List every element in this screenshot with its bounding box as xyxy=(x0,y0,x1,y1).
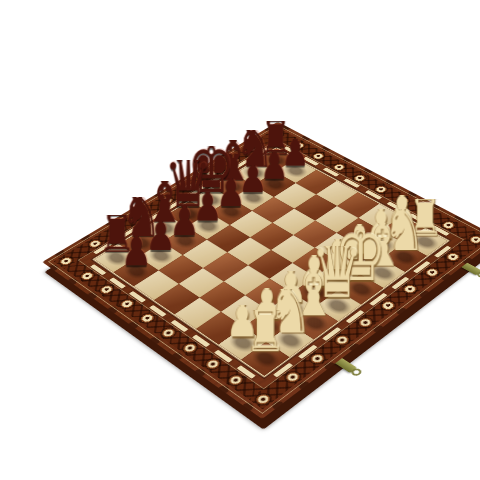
square-f6 xyxy=(252,197,294,223)
square-a5 xyxy=(154,284,200,315)
square-h6 xyxy=(295,170,336,195)
square-f5 xyxy=(272,208,315,235)
product-photo-scene: ♜♟♟♜♞♟♟♞♝♟♟♝♚♟♟♚♛♟♟♛♝♟♟♝♞♟♟♞♜♟♟♜ xyxy=(0,0,480,480)
board-frame: ♜♟♟♜♞♟♟♞♝♟♟♝♚♟♟♚♛♟♟♛♝♟♟♝♞♟♟♞♜♟♟♜ xyxy=(42,122,480,419)
square-g6 xyxy=(274,183,316,208)
chess-board: ♜♟♟♜♞♟♟♞♝♟♟♝♚♟♟♚♛♟♟♛♝♟♟♝♞♟♟♞♜♟♟♜ xyxy=(42,122,480,419)
notation-plaque xyxy=(434,246,451,258)
square-h5 xyxy=(316,181,358,206)
piece-white-rook-a1: ♜ xyxy=(243,311,288,362)
piece-black-pawn-a7: ♟ xyxy=(119,236,153,273)
square-a1: ♜ xyxy=(241,342,290,376)
border-medallion-icon xyxy=(400,282,419,295)
